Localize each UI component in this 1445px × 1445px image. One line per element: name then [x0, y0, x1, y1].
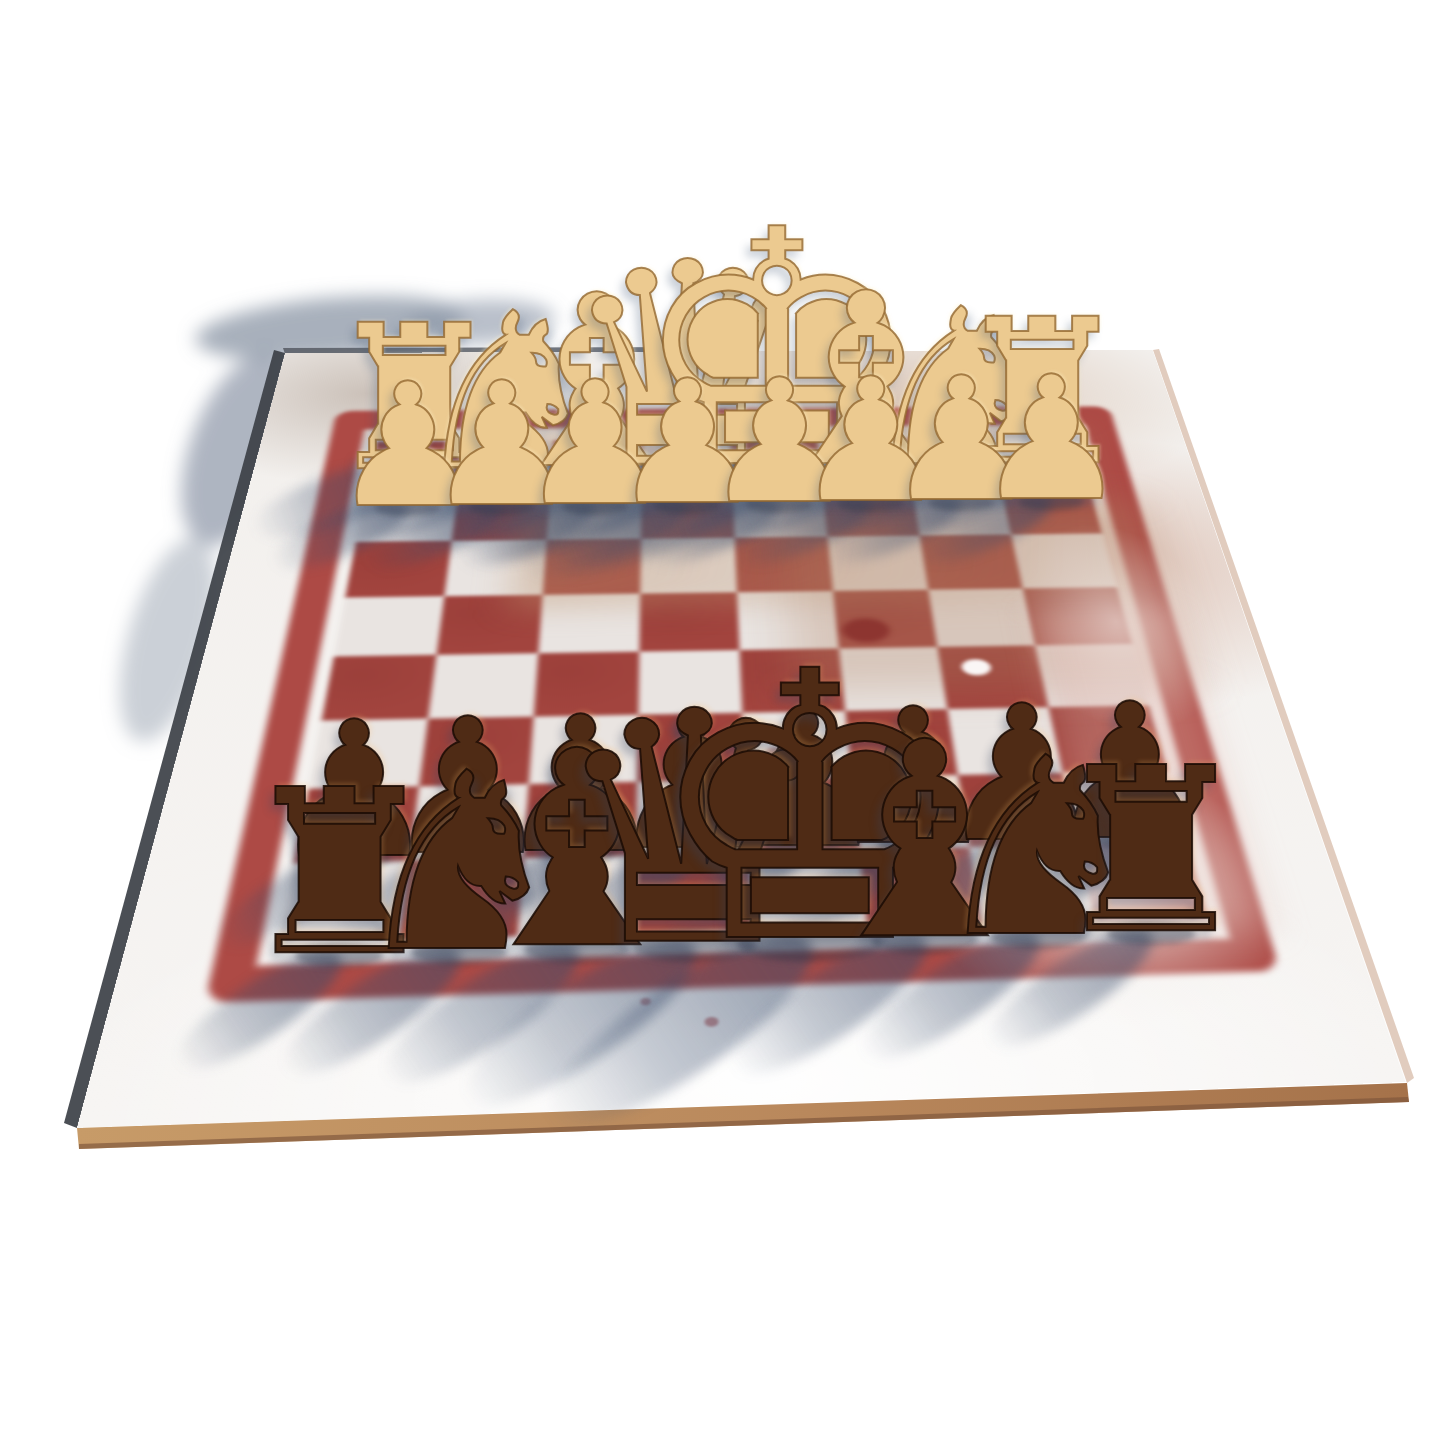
chess-photo-scene: ♜♞♝♛♚♝♞♜♟♟♟♟♟♟♟♟♟♟♟♟♟♟♟♟♜♞♝♛♚♝♞♜	[0, 0, 1445, 1445]
square-g6[interactable]	[920, 534, 1023, 589]
square-d6[interactable]	[640, 538, 737, 594]
square-f6[interactable]	[827, 536, 928, 591]
square-a6[interactable]	[345, 541, 451, 597]
square-c6[interactable]	[543, 539, 641, 595]
square-b6[interactable]	[444, 540, 546, 596]
square-b5[interactable]	[437, 595, 543, 655]
piece-black-pawn-h7[interactable]: ♟	[975, 354, 1128, 525]
square-a5[interactable]	[334, 596, 445, 657]
piece-white-rook-h1[interactable]: ♜	[1049, 738, 1253, 966]
square-e6[interactable]	[735, 537, 833, 592]
